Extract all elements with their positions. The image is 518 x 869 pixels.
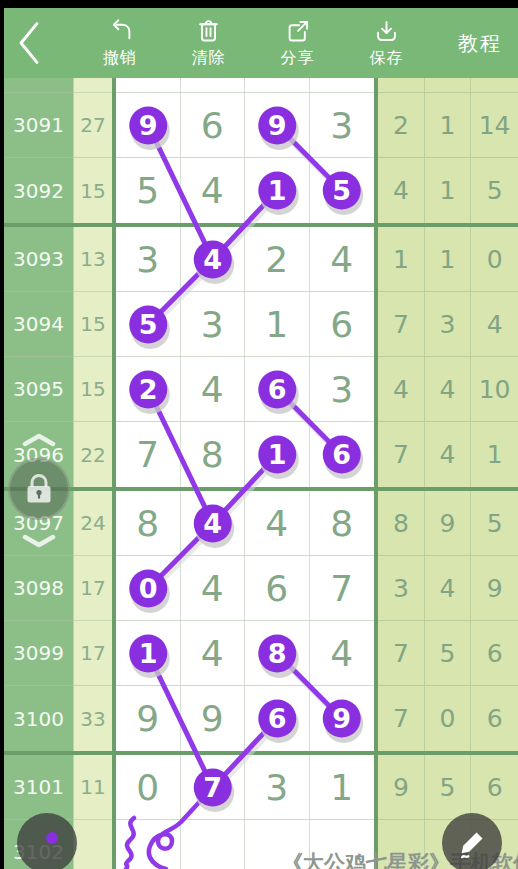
digit-cell: 4 xyxy=(181,158,246,223)
pen-color-button[interactable] xyxy=(17,813,77,869)
stat-cell: 6 xyxy=(471,621,518,686)
digit-cell xyxy=(245,422,310,487)
table-row: 30991744756 xyxy=(4,621,518,686)
digit-cell: 6 xyxy=(245,556,310,621)
app-screen: 撤销 清除 分享 保存 xyxy=(0,0,518,869)
table-row: 309415316734 xyxy=(4,292,518,357)
digit-cell: 3 xyxy=(181,292,246,357)
lock-icon xyxy=(24,472,54,506)
stat-cell: 7 xyxy=(378,621,425,686)
digit-cell: 3 xyxy=(116,227,181,292)
stat-cell: 1 xyxy=(471,422,518,487)
digit-cell: 1 xyxy=(310,755,375,820)
draw-number-cell: 3093 xyxy=(4,227,74,292)
table-row: 309313324110 xyxy=(4,227,518,292)
digit-cell xyxy=(245,686,310,751)
digit-cell: 3 xyxy=(310,357,375,422)
stat-cell: 9 xyxy=(471,556,518,621)
stat-cell: 6 xyxy=(471,755,518,820)
digit-cell xyxy=(245,93,310,158)
chevron-left-icon xyxy=(14,17,44,69)
digit-cell xyxy=(310,158,375,223)
undo-label: 撤销 xyxy=(103,48,137,69)
stat-cell: 5 xyxy=(471,158,518,223)
save-label: 保存 xyxy=(369,48,403,69)
stat-cell: 3 xyxy=(378,556,425,621)
table-row: 310111031956 xyxy=(4,755,518,820)
digit-cell xyxy=(310,422,375,487)
stat-cell: 4 xyxy=(378,158,425,223)
stat-cell: 1 xyxy=(425,93,472,158)
digit-cell xyxy=(245,357,310,422)
undo-arrow-icon xyxy=(106,18,133,45)
sum-cell: 15 xyxy=(74,292,112,357)
draw-number-cell: 3101 xyxy=(4,755,74,820)
digit-cell: 8 xyxy=(310,491,375,556)
stat-cell: 4 xyxy=(425,357,472,422)
trend-table: 3091276321143092155441530931332411030941… xyxy=(4,78,518,869)
sum-cell: 17 xyxy=(74,556,112,621)
table-row: 31003399706 xyxy=(4,686,518,751)
digit-cell xyxy=(116,556,181,621)
digit-cell xyxy=(245,158,310,223)
draw-number-cell: 3098 xyxy=(4,556,74,621)
stat-cell: 0 xyxy=(471,227,518,292)
clear-button[interactable]: 清除 xyxy=(192,18,226,69)
digit-cell: 7 xyxy=(116,422,181,487)
sum-cell: 17 xyxy=(74,621,112,686)
chevron-down-icon xyxy=(19,534,59,548)
sum-cell: 27 xyxy=(74,93,112,158)
table-row: 309724848895 xyxy=(4,491,518,556)
draw-number-cell: 3099 xyxy=(4,621,74,686)
digit-cell: 2 xyxy=(245,227,310,292)
stat-cell: 4 xyxy=(425,422,472,487)
stat-cell xyxy=(471,78,518,93)
digit-cell: 1 xyxy=(245,292,310,357)
share-button[interactable]: 分享 xyxy=(280,18,314,69)
digit-cell xyxy=(181,755,246,820)
digit-cell: 4 xyxy=(181,621,246,686)
stat-cell xyxy=(425,78,472,93)
stat-cell: 5 xyxy=(425,621,472,686)
digit-cell xyxy=(181,227,246,292)
stat-cell: 5 xyxy=(471,491,518,556)
tutorial-button[interactable]: 教程 xyxy=(458,30,502,57)
draw-number-cell: 3092 xyxy=(4,158,74,223)
digit-cell: 0 xyxy=(116,755,181,820)
stat-cell: 4 xyxy=(425,556,472,621)
sum-cell xyxy=(74,820,112,869)
sum-cell: 15 xyxy=(74,158,112,223)
table-row: 309515434410 xyxy=(4,357,518,422)
chevron-up-icon xyxy=(19,433,59,447)
digit-cell xyxy=(116,621,181,686)
pen-color-dot xyxy=(46,832,58,844)
stat-cell: 9 xyxy=(378,755,425,820)
digit-cell: 4 xyxy=(181,556,246,621)
digit-cell xyxy=(116,292,181,357)
sum-cell: 33 xyxy=(74,686,112,751)
draw-number-cell: 3095 xyxy=(4,357,74,422)
stat-cell: 1 xyxy=(378,227,425,292)
clear-label: 清除 xyxy=(192,48,226,69)
digit-cell: 3 xyxy=(245,755,310,820)
digit-cell xyxy=(116,820,181,869)
sum-cell: 15 xyxy=(74,357,112,422)
share-label: 分享 xyxy=(280,48,314,69)
digit-cell: 4 xyxy=(310,227,375,292)
digit-cell xyxy=(181,491,246,556)
table-row: 30962278741 xyxy=(4,422,518,487)
digit-cell: 4 xyxy=(181,357,246,422)
digit-cell xyxy=(116,78,181,93)
sum-cell: 13 xyxy=(74,227,112,292)
table-row: 309817467349 xyxy=(4,556,518,621)
save-button[interactable]: 保存 xyxy=(369,18,403,69)
table-row-partial xyxy=(4,78,518,93)
digit-cell xyxy=(310,78,375,93)
digit-cell xyxy=(181,820,246,869)
stat-cell: 14 xyxy=(471,93,518,158)
trash-icon xyxy=(195,18,222,45)
stat-cell: 4 xyxy=(378,357,425,422)
draw-number-cell xyxy=(4,78,74,93)
download-icon xyxy=(373,18,400,45)
digit-cell: 3 xyxy=(310,93,375,158)
digit-cell xyxy=(310,686,375,751)
digit-cell: 7 xyxy=(310,556,375,621)
digit-cell xyxy=(245,78,310,93)
row-lock-button[interactable] xyxy=(8,458,70,520)
sum-cell: 11 xyxy=(74,755,112,820)
stat-cell: 10 xyxy=(471,357,518,422)
sum-cell xyxy=(74,78,112,93)
draw-mode-button[interactable] xyxy=(442,813,502,869)
table-row: 30921554415 xyxy=(4,158,518,223)
digit-cell: 8 xyxy=(181,422,246,487)
stat-cell: 9 xyxy=(425,491,472,556)
digit-cell: 4 xyxy=(245,491,310,556)
digit-cell: 6 xyxy=(310,292,375,357)
digit-cell: 5 xyxy=(116,158,181,223)
sum-cell: 22 xyxy=(74,422,112,487)
stat-cell: 8 xyxy=(378,491,425,556)
stat-cell: 2 xyxy=(378,93,425,158)
digit-cell xyxy=(245,621,310,686)
stat-cell: 0 xyxy=(425,686,472,751)
sum-cell: 24 xyxy=(74,491,112,556)
pencil-icon xyxy=(455,826,489,860)
draw-number-cell: 3100 xyxy=(4,686,74,751)
toolbar: 撤销 清除 分享 保存 xyxy=(4,8,518,78)
stat-cell: 4 xyxy=(471,292,518,357)
digit-cell: 4 xyxy=(310,621,375,686)
stat-cell xyxy=(378,78,425,93)
share-box-arrow-icon xyxy=(284,18,311,45)
undo-button[interactable]: 撤销 xyxy=(103,18,137,69)
draw-number-cell: 3091 xyxy=(4,93,74,158)
stat-cell: 1 xyxy=(425,227,472,292)
digit-cell xyxy=(116,93,181,158)
stat-cell: 7 xyxy=(378,422,425,487)
stat-cell: 7 xyxy=(378,292,425,357)
digit-cell xyxy=(116,357,181,422)
back-button[interactable] xyxy=(14,17,48,69)
stat-cell: 7 xyxy=(378,686,425,751)
stat-cell: 3 xyxy=(425,292,472,357)
digit-cell: 9 xyxy=(181,686,246,751)
stat-cell: 1 xyxy=(425,158,472,223)
table-row: 309127632114 xyxy=(4,93,518,158)
digit-cell: 8 xyxy=(116,491,181,556)
stat-cell: 5 xyxy=(425,755,472,820)
draw-number-cell: 3094 xyxy=(4,292,74,357)
digit-cell: 9 xyxy=(116,686,181,751)
stat-cell: 6 xyxy=(471,686,518,751)
digit-cell: 6 xyxy=(181,93,246,158)
digit-cell xyxy=(181,78,246,93)
